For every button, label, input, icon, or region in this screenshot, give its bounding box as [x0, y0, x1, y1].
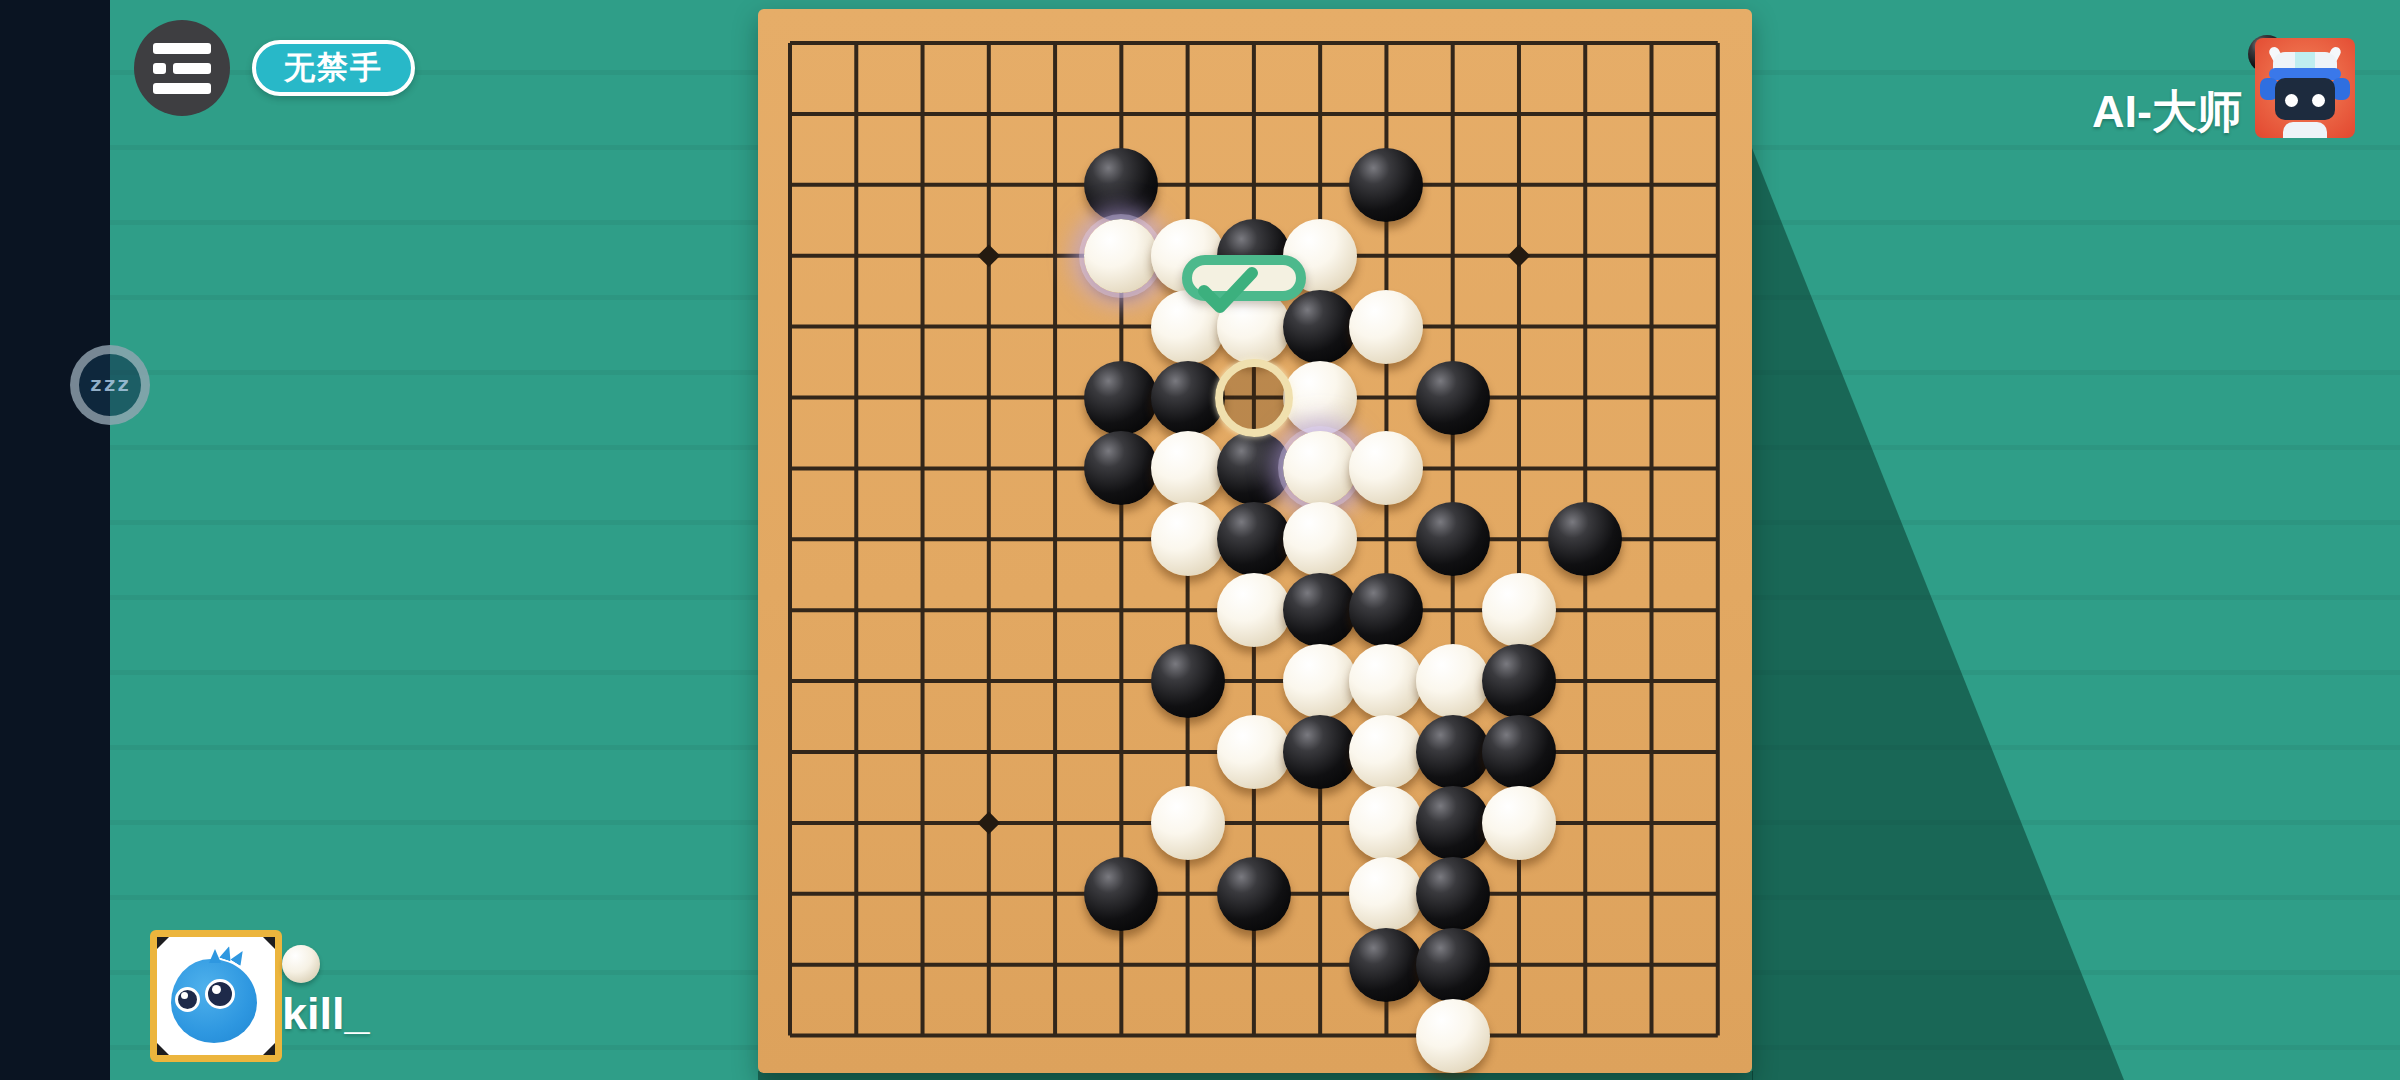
black-stone: [1482, 644, 1556, 718]
sleep-indicator: zzz: [70, 345, 150, 425]
white-stone: [1217, 573, 1291, 647]
player-avatar: [150, 930, 282, 1062]
black-stone: [1548, 502, 1622, 576]
black-stone: [1349, 928, 1423, 1002]
white-stone: [1151, 431, 1225, 505]
black-stone: [1283, 573, 1357, 647]
white-stone: [1482, 573, 1556, 647]
white-stone: [1084, 219, 1158, 293]
black-stone: [1416, 361, 1490, 435]
menu-icon: [153, 43, 211, 54]
opponent-avatar-robot: [2255, 38, 2355, 138]
white-stone: [1416, 644, 1490, 718]
gomoku-board[interactable]: [758, 9, 1752, 1073]
black-stone: [1349, 148, 1423, 222]
black-stone: [1416, 786, 1490, 860]
black-stone: [1416, 928, 1490, 1002]
black-stone: [1416, 715, 1490, 789]
opponent-name: AI-大师: [2092, 82, 2242, 142]
player-name: kill_: [282, 988, 370, 1040]
white-stone: [1151, 502, 1225, 576]
white-stone: [1283, 502, 1357, 576]
white-stone: [1416, 999, 1490, 1073]
white-stone: [1349, 857, 1423, 931]
white-stone: [1151, 786, 1225, 860]
black-stone: [1084, 361, 1158, 435]
white-stone: [1349, 786, 1423, 860]
robot-face: [2275, 78, 2335, 120]
black-stone: [1084, 148, 1158, 222]
black-stone: [1151, 361, 1225, 435]
white-stone: [1283, 644, 1357, 718]
white-stone: [1482, 786, 1556, 860]
sleep-indicator-text: zzz: [90, 374, 131, 396]
black-stone: [1217, 502, 1291, 576]
confirm-move-button[interactable]: [1182, 255, 1306, 301]
white-stone: [1283, 361, 1357, 435]
left-edge-strip: [0, 0, 110, 1080]
black-stone: [1283, 715, 1357, 789]
black-stone: [1217, 857, 1291, 931]
menu-button[interactable]: [134, 20, 230, 116]
black-stone: [1283, 290, 1357, 364]
rule-badge: 无禁手: [252, 40, 415, 96]
black-stone: [1416, 502, 1490, 576]
white-stone: [1349, 644, 1423, 718]
player-stone-color-white: [282, 945, 320, 983]
rule-badge-label: 无禁手: [284, 47, 383, 89]
black-stone: [1482, 715, 1556, 789]
white-stone: [1349, 290, 1423, 364]
move-preview-ring: [1215, 359, 1293, 437]
white-stone: [1217, 715, 1291, 789]
black-stone: [1084, 857, 1158, 931]
white-stone: [1349, 715, 1423, 789]
game-screen: 无禁手 zzz AI-大师 kill_: [0, 0, 2400, 1080]
black-stone: [1416, 857, 1490, 931]
checkmark-icon: [1192, 265, 1264, 317]
black-stone: [1217, 431, 1291, 505]
black-stone: [1151, 644, 1225, 718]
